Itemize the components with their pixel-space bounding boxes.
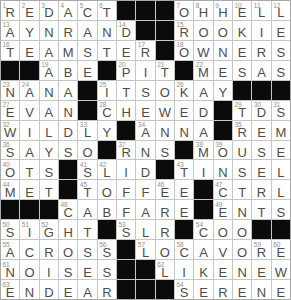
cell-r6c10[interactable]: E — [175, 101, 193, 120]
cell-r12c11[interactable]: 54C — [194, 220, 212, 239]
cell-r9c3[interactable]: S — [40, 160, 58, 179]
cell-letter: E — [64, 286, 73, 299]
clue-number: 6 — [99, 2, 103, 9]
clue-number: 5 — [80, 2, 84, 9]
cell-r3c15[interactable]: S — [272, 41, 290, 60]
cell-r8c9[interactable]: S — [156, 141, 174, 160]
cell-r3c2[interactable]: E — [20, 41, 38, 60]
cell-letter: L — [277, 166, 284, 179]
cell-letter: N — [257, 286, 266, 299]
cell-r1c3[interactable]: 3D — [40, 1, 58, 20]
cell-r1c12[interactable]: 9H — [214, 1, 232, 20]
clue-number: 16 — [3, 41, 10, 48]
cell-r5c12[interactable]: Y — [214, 81, 232, 100]
cell-r9c7[interactable]: I — [117, 160, 135, 179]
cell-r11c12[interactable]: 49E — [214, 200, 232, 219]
cell-r14c1[interactable]: 61N — [1, 260, 19, 279]
block-cell — [194, 200, 212, 219]
cell-r2c14[interactable]: I — [252, 21, 270, 40]
cell-r5c10[interactable]: 26K — [175, 81, 193, 100]
cell-r10c7[interactable]: F — [117, 180, 135, 199]
cell-r13c4[interactable]: O — [59, 240, 77, 259]
cell-r8c2[interactable]: A — [20, 141, 38, 160]
cell-r8c1[interactable]: 36S — [1, 141, 19, 160]
cell-r9c15[interactable]: L — [272, 160, 290, 179]
cell-r14c14[interactable]: E — [252, 260, 270, 279]
cell-r13c14[interactable]: 59R — [252, 240, 270, 259]
cell-r6c13[interactable]: 29T — [233, 101, 251, 120]
cell-r11c10[interactable]: E — [175, 200, 193, 219]
cell-letter: A — [64, 6, 73, 19]
cell-r6c1[interactable]: 27E — [1, 101, 19, 120]
cell-letter: D — [44, 6, 53, 19]
cell-letter: S — [83, 246, 92, 259]
cell-letter: O — [102, 186, 112, 199]
block-cell — [98, 141, 116, 160]
cell-r7c9[interactable]: N — [156, 121, 174, 140]
cell-r8c5[interactable]: O — [78, 141, 96, 160]
cell-letter: K — [238, 26, 247, 39]
cell-r2c12[interactable]: O — [214, 21, 232, 40]
cell-r13c10[interactable]: 58C — [175, 240, 193, 259]
cell-r3c11[interactable]: W — [194, 41, 212, 60]
cell-r4c4[interactable]: B — [59, 61, 77, 80]
cell-r4c9[interactable]: 21T — [156, 61, 174, 80]
clue-number: 49 — [215, 201, 222, 208]
clue-number: 54 — [196, 221, 203, 228]
cell-letter: R — [44, 246, 53, 259]
clue-number: 17 — [138, 41, 145, 48]
cell-r4c12[interactable]: E — [214, 61, 232, 80]
cell-r12c5[interactable]: T — [78, 220, 96, 239]
cell-r5c2[interactable]: 24A — [20, 81, 38, 100]
cell-letter: V — [218, 246, 227, 259]
cell-r14c11[interactable]: K — [194, 260, 212, 279]
cell-r7c4[interactable]: D — [59, 121, 77, 140]
cell-r7c8[interactable]: 34A — [136, 121, 154, 140]
clue-number: 61 — [3, 261, 10, 268]
cell-r4c8[interactable]: I — [136, 61, 154, 80]
cell-r10c2[interactable]: E — [20, 180, 38, 199]
cell-r4c7[interactable]: 20P — [117, 61, 135, 80]
cell-r14c5[interactable]: E — [78, 260, 96, 279]
cell-r15c5[interactable]: A — [78, 280, 96, 299]
cell-r11c4[interactable]: 48C — [59, 200, 77, 219]
cell-r11c7[interactable]: F — [117, 200, 135, 219]
cell-letter: N — [237, 206, 246, 219]
cell-r1c6[interactable]: 6T — [98, 1, 116, 20]
cell-r7c14[interactable]: E — [252, 121, 270, 140]
cell-letter: N — [218, 46, 227, 59]
cell-r11c8[interactable]: A — [136, 200, 154, 219]
cell-r12c3[interactable]: 52G — [40, 220, 58, 239]
clue-number: 13 — [3, 21, 10, 28]
cell-letter: H — [63, 226, 72, 239]
cell-r15c4[interactable]: E — [59, 280, 77, 299]
clue-number: 33 — [80, 121, 87, 128]
cell-r10c1[interactable]: 44M — [1, 180, 19, 199]
cell-r1c15[interactable]: 12L — [272, 1, 290, 20]
cell-r6c2[interactable]: V — [20, 101, 38, 120]
cell-r7c3[interactable]: L — [40, 121, 58, 140]
cell-letter: E — [122, 46, 131, 59]
block-cell — [78, 101, 96, 120]
cell-r10c14[interactable]: R — [252, 180, 270, 199]
cell-r12c12[interactable]: O — [214, 220, 232, 239]
cell-r13c1[interactable]: 55A — [1, 240, 19, 259]
cell-r14c6[interactable]: S — [98, 260, 116, 279]
cell-r14c10[interactable]: I — [175, 260, 193, 279]
block-cell — [214, 101, 232, 120]
cell-letter: E — [199, 286, 208, 299]
cell-r11c15[interactable]: S — [272, 200, 290, 219]
block-cell — [117, 240, 135, 259]
cell-r12c2[interactable]: 51I — [20, 220, 38, 239]
cell-r7c13[interactable]: 35R — [233, 121, 251, 140]
clue-number: 12 — [273, 2, 280, 9]
block-cell — [175, 220, 193, 239]
cell-r12c13[interactable]: O — [233, 220, 251, 239]
cell-r5c7[interactable]: T — [117, 81, 135, 100]
cell-letter: A — [141, 206, 150, 219]
clue-number: 10 — [235, 2, 242, 9]
cell-r13c8[interactable]: 57L — [136, 240, 154, 259]
cell-r15c3[interactable]: D — [40, 280, 58, 299]
cell-r8c14[interactable]: S — [252, 141, 270, 160]
cell-r15c10[interactable]: 64S — [175, 280, 193, 299]
cell-letter: T — [122, 86, 130, 99]
clue-number: 1 — [3, 2, 7, 9]
cell-r13c13[interactable]: O — [233, 240, 251, 259]
cell-r5c8[interactable]: S — [136, 81, 154, 100]
cell-r15c12[interactable]: R — [214, 280, 232, 299]
clue-number: 21 — [157, 61, 164, 68]
cell-r10c3[interactable]: T — [40, 180, 58, 199]
cell-r9c12[interactable]: N — [214, 160, 232, 179]
clue-number: 55 — [3, 241, 10, 248]
cell-r2c1[interactable]: 13A — [1, 21, 19, 40]
cell-r1c1[interactable]: 1R — [1, 1, 19, 20]
cell-letter: B — [64, 66, 73, 79]
block-cell — [117, 1, 135, 20]
cell-r3c14[interactable]: R — [252, 41, 270, 60]
cell-r4c11[interactable]: 22M — [194, 61, 212, 80]
cell-r7c1[interactable]: 32W — [1, 121, 19, 140]
cell-letter: O — [24, 266, 34, 279]
cell-letter: A — [83, 206, 92, 219]
cell-r10c5[interactable]: 45T — [78, 180, 96, 199]
cell-r14c15[interactable]: W — [272, 260, 290, 279]
cell-r9c10[interactable]: 43T — [175, 160, 193, 179]
cell-r10c10[interactable]: E — [175, 180, 193, 199]
cell-r10c9[interactable]: 46E — [156, 180, 174, 199]
cell-letter: E — [257, 266, 266, 279]
cell-letter: S — [44, 166, 53, 179]
clue-number: 23 — [3, 81, 10, 88]
block-cell — [117, 121, 135, 140]
cell-letter: W — [197, 46, 209, 59]
cell-letter: F — [122, 206, 130, 219]
cell-letter: S — [141, 86, 150, 99]
cell-r13c3[interactable]: R — [40, 240, 58, 259]
clue-number: 42 — [99, 161, 106, 168]
cell-r10c12[interactable]: 47C — [214, 180, 232, 199]
clue-number: 18 — [177, 41, 184, 48]
block-cell — [98, 220, 116, 239]
cell-r1c11[interactable]: 8H — [194, 1, 212, 20]
cell-letter: S — [64, 146, 73, 159]
cell-letter: R — [257, 46, 266, 59]
cell-r8c8[interactable]: N — [136, 141, 154, 160]
cell-r2c5[interactable]: A — [78, 21, 96, 40]
cell-r6c15[interactable]: 31S — [272, 101, 290, 120]
cell-letter: A — [64, 86, 73, 99]
cell-letter: F — [142, 186, 150, 199]
cell-r1c2[interactable]: 2E — [20, 1, 38, 20]
cell-r11c14[interactable]: T — [252, 200, 270, 219]
cell-r8c15[interactable]: E — [272, 141, 290, 160]
cell-r13c2[interactable]: C — [20, 240, 38, 259]
cell-r12c7[interactable]: 53S — [117, 220, 135, 239]
block-cell — [156, 41, 174, 60]
clue-number: 7 — [177, 2, 181, 9]
cell-r13c5[interactable]: S — [78, 240, 96, 259]
cell-r14c13[interactable]: N — [233, 260, 251, 279]
cell-r8c13[interactable]: U — [233, 141, 251, 160]
cell-letter: E — [276, 286, 285, 299]
cell-letter: C — [25, 246, 34, 259]
cell-r9c5[interactable]: 41S — [78, 160, 96, 179]
cell-letter: I — [124, 166, 128, 179]
cell-letter: A — [44, 46, 53, 59]
cell-r3c5[interactable]: S — [78, 41, 96, 60]
cell-r5c11[interactable]: A — [194, 81, 212, 100]
cell-r11c9[interactable]: R — [156, 200, 174, 219]
cell-letter: O — [179, 6, 189, 19]
cell-r6c8[interactable]: E — [136, 101, 154, 120]
cell-letter: S — [102, 266, 111, 279]
clue-number: 56 — [99, 241, 106, 248]
cell-r6c11[interactable]: D — [194, 101, 212, 120]
cell-r8c4[interactable]: S — [59, 141, 77, 160]
cell-r14c12[interactable]: E — [214, 260, 232, 279]
cell-r15c2[interactable]: N — [20, 280, 38, 299]
cell-letter: I — [202, 166, 206, 179]
clue-number: 64 — [177, 281, 184, 288]
cell-r10c13[interactable]: T — [233, 180, 251, 199]
clue-number: 57 — [138, 241, 145, 248]
block-cell — [175, 141, 193, 160]
cell-letter: S — [276, 206, 285, 219]
cell-r2c3[interactable]: N — [40, 21, 58, 40]
cell-r7c10[interactable]: N — [175, 121, 193, 140]
cell-r5c3[interactable]: N — [40, 81, 58, 100]
cell-r13c11[interactable]: A — [194, 240, 212, 259]
cell-letter: N — [25, 286, 34, 299]
cell-letter: E — [257, 166, 266, 179]
cell-r9c13[interactable]: S — [233, 160, 251, 179]
cell-r3c7[interactable]: E — [117, 41, 135, 60]
cell-r13c6[interactable]: 56S — [98, 240, 116, 259]
clue-number: 27 — [3, 101, 10, 108]
cell-letter: E — [276, 26, 285, 39]
cell-r11c5[interactable]: A — [78, 200, 96, 219]
cell-r7c6[interactable]: Y — [98, 121, 116, 140]
cell-r7c11[interactable]: A — [194, 121, 212, 140]
cell-r2c4[interactable]: R — [59, 21, 77, 40]
clue-number: 38 — [196, 141, 203, 148]
cell-r13c9[interactable]: O — [156, 240, 174, 259]
cell-r6c14[interactable]: 30D — [252, 101, 270, 120]
cell-r14c3[interactable]: I — [40, 260, 58, 279]
cell-r3c3[interactable]: A — [40, 41, 58, 60]
cell-r7c15[interactable]: M — [272, 121, 290, 140]
block-cell — [1, 200, 19, 219]
cell-r3c6[interactable]: T — [98, 41, 116, 60]
cell-letter: A — [199, 126, 208, 139]
cell-r3c13[interactable]: E — [233, 41, 251, 60]
cell-letter: T — [84, 226, 92, 239]
cell-r6c7[interactable]: H — [117, 101, 135, 120]
cell-r7c5[interactable]: 33L — [78, 121, 96, 140]
cell-r11c6[interactable]: B — [98, 200, 116, 219]
cell-r14c9[interactable]: 62L — [156, 260, 174, 279]
cell-r5c9[interactable]: O — [156, 81, 174, 100]
cell-r4c5[interactable]: E — [78, 61, 96, 80]
cell-r12c9[interactable]: R — [156, 220, 174, 239]
cell-r13c15[interactable]: 60E — [272, 240, 290, 259]
cell-letter: T — [103, 46, 111, 59]
cell-letter: E — [25, 46, 34, 59]
cell-r6c4[interactable]: N — [59, 101, 77, 120]
cell-letter: S — [160, 146, 169, 159]
cell-r5c4[interactable]: A — [59, 81, 77, 100]
cell-r3c8[interactable]: 17R — [136, 41, 154, 60]
cell-r10c15[interactable]: L — [272, 180, 290, 199]
cell-letter: S — [64, 266, 73, 279]
cell-r12c1[interactable]: 50S — [1, 220, 19, 239]
cell-r9c6[interactable]: 42L — [98, 160, 116, 179]
cell-r4c3[interactable]: 19A — [40, 61, 58, 80]
cell-r14c4[interactable]: S — [59, 260, 77, 279]
cell-r2c6[interactable]: N — [98, 21, 116, 40]
cell-letter: L — [277, 186, 284, 199]
cell-letter: W — [159, 106, 171, 119]
cell-r9c14[interactable]: E — [252, 160, 270, 179]
cell-r12c8[interactable]: L — [136, 220, 154, 239]
cell-r2c11[interactable]: O — [194, 21, 212, 40]
cell-r1c4[interactable]: 4A — [59, 1, 77, 20]
cell-r2c13[interactable]: K — [233, 21, 251, 40]
cell-r1c10[interactable]: 7O — [175, 1, 193, 20]
cell-letter: E — [25, 6, 34, 19]
cell-r15c13[interactable]: E — [233, 280, 251, 299]
cell-r15c15[interactable]: E — [272, 280, 290, 299]
cell-r8c11[interactable]: 38M — [194, 141, 212, 160]
cell-r3c1[interactable]: 16T — [1, 41, 19, 60]
cell-r8c7[interactable]: 37R — [117, 141, 135, 160]
cell-letter: E — [238, 286, 247, 299]
cell-r4c14[interactable]: A — [252, 61, 270, 80]
cell-r5c6[interactable]: 25I — [98, 81, 116, 100]
cell-r6c9[interactable]: W — [156, 101, 174, 120]
cell-letter: T — [45, 186, 53, 199]
block-cell — [156, 160, 174, 179]
cell-r8c3[interactable]: Y — [40, 141, 58, 160]
cell-r4c15[interactable]: S — [272, 61, 290, 80]
cell-r15c6[interactable]: R — [98, 280, 116, 299]
cell-r1c13[interactable]: 10E — [233, 1, 251, 20]
cell-letter: S — [276, 46, 285, 59]
cell-r9c8[interactable]: D — [136, 160, 154, 179]
cell-r1c5[interactable]: 5C — [78, 1, 96, 20]
cell-letter: E — [276, 146, 285, 159]
cell-r9c1[interactable]: 40O — [1, 160, 19, 179]
cell-r13c12[interactable]: V — [214, 240, 232, 259]
cell-r15c11[interactable]: E — [194, 280, 212, 299]
cell-r2c10[interactable]: 15R — [175, 21, 193, 40]
cell-letter: C — [83, 6, 92, 19]
cell-r9c2[interactable]: T — [20, 160, 38, 179]
cell-letter: Y — [218, 86, 227, 99]
cell-letter: L — [45, 126, 52, 139]
block-cell — [252, 220, 270, 239]
cell-r11c13[interactable]: N — [233, 200, 251, 219]
cell-r12c4[interactable]: H — [59, 220, 77, 239]
cell-r7c2[interactable]: I — [20, 121, 38, 140]
cell-r4c13[interactable]: S — [233, 61, 251, 80]
cell-r15c1[interactable]: 63E — [1, 280, 19, 299]
clue-number: 41 — [80, 161, 87, 168]
clue-number: 59 — [254, 241, 261, 248]
cell-r3c12[interactable]: N — [214, 41, 232, 60]
cell-letter: E — [218, 266, 227, 279]
cell-r6c3[interactable]: A — [40, 101, 58, 120]
cell-r2c15[interactable]: E — [272, 21, 290, 40]
cell-letter: N — [141, 146, 150, 159]
cell-letter: R — [102, 286, 111, 299]
cell-r6c6[interactable]: 28C — [98, 101, 116, 120]
block-cell — [59, 180, 77, 199]
clue-number: 11 — [254, 2, 261, 9]
cell-r3c10[interactable]: 18O — [175, 41, 193, 60]
cell-r8c12[interactable]: 39O — [214, 141, 232, 160]
cell-r10c6[interactable]: O — [98, 180, 116, 199]
clue-number: 35 — [235, 121, 242, 128]
cell-r9c11[interactable]: I — [194, 160, 212, 179]
cell-r10c8[interactable]: F — [136, 180, 154, 199]
cell-letter: W — [275, 266, 287, 279]
clue-number: 37 — [119, 141, 126, 148]
cell-letter: O — [198, 26, 208, 39]
clue-number: 50 — [3, 221, 10, 228]
cell-letter: E — [180, 186, 189, 199]
clue-number: 48 — [61, 201, 68, 208]
cell-r15c14[interactable]: N — [252, 280, 270, 299]
cell-letter: N — [179, 126, 188, 139]
cell-letter: S — [83, 46, 92, 59]
cell-r1c14[interactable]: 11L — [252, 1, 270, 20]
block-cell — [20, 200, 38, 219]
cell-r14c2[interactable]: O — [20, 260, 38, 279]
clue-number: 62 — [157, 261, 164, 268]
cell-r5c1[interactable]: 23N — [1, 81, 19, 100]
cell-r2c7[interactable]: 14D — [117, 21, 135, 40]
block-cell — [78, 81, 96, 100]
cell-r3c4[interactable]: M — [59, 41, 77, 60]
clue-number: 14 — [119, 21, 126, 28]
cell-r2c2[interactable]: Y — [20, 21, 38, 40]
